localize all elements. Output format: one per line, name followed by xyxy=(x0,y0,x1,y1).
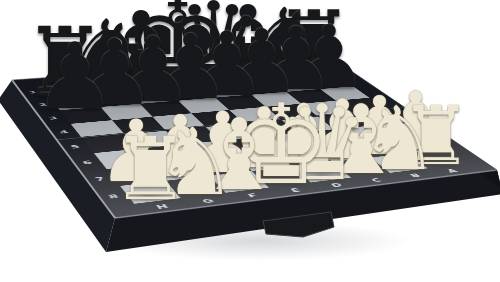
chess-set-photo-scene: 12345678HGFEDCBA ♜♞♝♛♚♝♞♜♟♟♟♟♟♟♟♟♟♟♟♟♟♟♟… xyxy=(0,0,500,282)
pieces-layer: ♜♞♝♛♚♝♞♜♟♟♟♟♟♟♟♟♟♟♟♟♟♟♟♟♜♞♝♛♚♝♞♜ xyxy=(0,0,500,282)
piece-white-rook[interactable]: ♜ xyxy=(112,126,190,213)
